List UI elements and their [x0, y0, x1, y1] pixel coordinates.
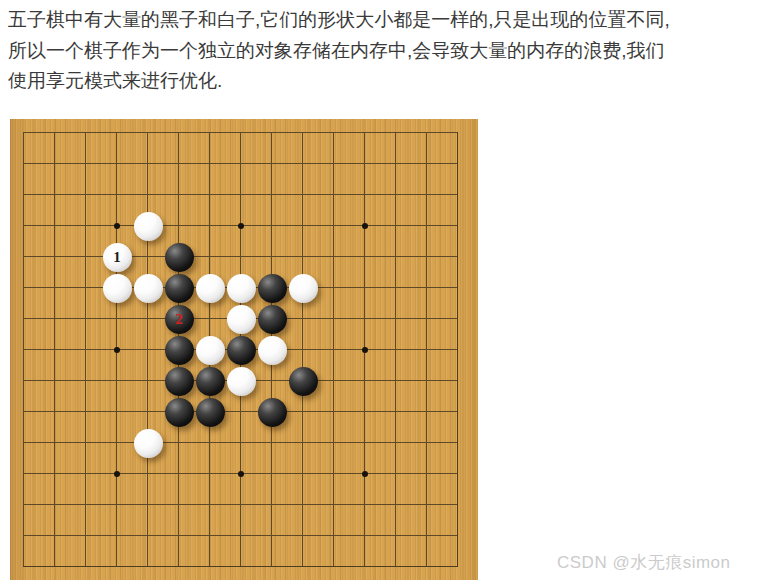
page: 五子棋中有大量的黑子和白子,它们的形状大小都是一样的,只是出现的位置不同, 所以…	[0, 0, 759, 582]
stone-move-number: 1	[103, 243, 132, 272]
star-point	[362, 471, 368, 477]
stone-black	[258, 305, 287, 334]
stone-black	[258, 398, 287, 427]
star-point	[238, 471, 244, 477]
board-overlay: 12	[10, 119, 478, 580]
stone-move-number: 2	[165, 305, 194, 334]
stone-white	[103, 274, 132, 303]
stone-white	[289, 274, 318, 303]
stone-black	[165, 367, 194, 396]
stone-black	[165, 243, 194, 272]
stone-white	[227, 367, 256, 396]
stone-black	[289, 367, 318, 396]
stone-white	[134, 429, 163, 458]
star-point	[238, 223, 244, 229]
star-point	[362, 347, 368, 353]
stone-black	[196, 398, 225, 427]
stone-black	[165, 274, 194, 303]
star-point	[114, 471, 120, 477]
stone-black: 2	[165, 305, 194, 334]
stone-black	[165, 398, 194, 427]
stone-white	[196, 336, 225, 365]
stone-white	[258, 336, 287, 365]
gomoku-board: 12	[10, 119, 478, 580]
star-point	[114, 223, 120, 229]
stone-black	[165, 336, 194, 365]
stone-black	[227, 336, 256, 365]
stone-white	[196, 274, 225, 303]
stone-white: 1	[103, 243, 132, 272]
intro-line-1: 五子棋中有大量的黑子和白子,它们的形状大小都是一样的,只是出现的位置不同,	[8, 5, 756, 36]
star-point	[362, 223, 368, 229]
watermark: CSDN @水无痕simon	[557, 551, 731, 574]
stone-white	[227, 305, 256, 334]
stone-black	[196, 367, 225, 396]
stone-black	[258, 274, 287, 303]
stone-white	[134, 212, 163, 241]
intro-line-2: 所以一个棋子作为一个独立的对象存储在内存中,会导致大量的内存的浪费,我们	[8, 36, 756, 67]
stone-white	[134, 274, 163, 303]
stone-white	[227, 274, 256, 303]
star-point	[114, 347, 120, 353]
intro-paragraph: 五子棋中有大量的黑子和白子,它们的形状大小都是一样的,只是出现的位置不同, 所以…	[8, 5, 756, 97]
intro-line-3: 使用享元模式来进行优化.	[8, 66, 756, 97]
